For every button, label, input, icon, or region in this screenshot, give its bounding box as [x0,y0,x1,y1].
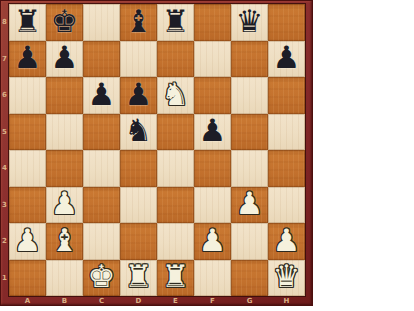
square-c3[interactable] [83,187,120,224]
white-knight-e6: ♞ [162,79,190,110]
rank-label-7: 7 [0,41,9,78]
square-g7[interactable] [231,41,268,78]
square-f5[interactable]: ♟ [194,114,231,151]
square-b5[interactable] [46,114,83,151]
square-f4[interactable] [194,150,231,187]
square-g4[interactable] [231,150,268,187]
square-h5[interactable] [268,114,305,151]
square-f1[interactable] [194,260,231,297]
square-b8[interactable]: ♚ [46,4,83,41]
file-label-f: F [194,296,231,306]
rank-label-4: 4 [0,150,9,187]
square-a3[interactable] [9,187,46,224]
page-canvas: 87654321 ABCDEFGH ♜♚♝♜♛♟♟♟♟♟♞♞♟♟♟♟♝♟♟♚♜♜… [0,0,414,311]
square-b3[interactable]: ♟ [46,187,83,224]
file-labels: ABCDEFGH [9,296,305,306]
file-label-h: H [268,296,305,306]
square-c4[interactable] [83,150,120,187]
square-a6[interactable] [9,77,46,114]
file-label-e: E [157,296,194,306]
black-pawn-c6: ♟ [88,79,116,110]
square-b2[interactable]: ♝ [46,223,83,260]
rank-label-3: 3 [0,187,9,224]
square-f2[interactable]: ♟ [194,223,231,260]
square-b7[interactable]: ♟ [46,41,83,78]
black-knight-d5: ♞ [125,115,153,146]
rank-label-5: 5 [0,114,9,151]
square-e3[interactable] [157,187,194,224]
black-pawn-a7: ♟ [14,42,42,73]
square-g3[interactable]: ♟ [231,187,268,224]
square-b6[interactable] [46,77,83,114]
square-d1[interactable]: ♜ [120,260,157,297]
square-a8[interactable]: ♜ [9,4,46,41]
square-e1[interactable]: ♜ [157,260,194,297]
square-d5[interactable]: ♞ [120,114,157,151]
black-rook-e8: ♜ [162,6,190,37]
square-d7[interactable] [120,41,157,78]
black-pawn-b7: ♟ [51,42,79,73]
rank-label-2: 2 [0,223,9,260]
file-label-c: C [83,296,120,306]
square-a1[interactable] [9,260,46,297]
white-pawn-g3: ♟ [236,188,264,219]
rank-label-8: 8 [0,4,9,41]
file-label-g: G [231,296,268,306]
square-e7[interactable] [157,41,194,78]
white-pawn-h2: ♟ [273,225,301,256]
chess-board: ♜♚♝♜♛♟♟♟♟♟♞♞♟♟♟♟♝♟♟♚♜♜♛ [9,4,305,296]
square-c8[interactable] [83,4,120,41]
square-d3[interactable] [120,187,157,224]
white-king-c1: ♚ [88,261,116,292]
square-h2[interactable]: ♟ [268,223,305,260]
square-h4[interactable] [268,150,305,187]
square-c5[interactable] [83,114,120,151]
white-queen-h1: ♛ [273,261,301,292]
square-g5[interactable] [231,114,268,151]
white-rook-d1: ♜ [125,261,153,292]
square-h6[interactable] [268,77,305,114]
file-label-a: A [9,296,46,306]
black-pawn-d6: ♟ [125,79,153,110]
white-pawn-a2: ♟ [14,225,42,256]
square-f8[interactable] [194,4,231,41]
square-c7[interactable] [83,41,120,78]
black-pawn-h7: ♟ [273,42,301,73]
square-e6[interactable]: ♞ [157,77,194,114]
square-a5[interactable] [9,114,46,151]
square-f6[interactable] [194,77,231,114]
square-g6[interactable] [231,77,268,114]
square-e8[interactable]: ♜ [157,4,194,41]
square-f3[interactable] [194,187,231,224]
rank-label-6: 6 [0,77,9,114]
black-pawn-f5: ♟ [199,115,227,146]
square-h1[interactable]: ♛ [268,260,305,297]
black-rook-a8: ♜ [14,6,42,37]
file-label-d: D [120,296,157,306]
square-e2[interactable] [157,223,194,260]
white-pawn-b3: ♟ [51,188,79,219]
square-e4[interactable] [157,150,194,187]
square-f7[interactable] [194,41,231,78]
square-c2[interactable] [83,223,120,260]
file-label-b: B [46,296,83,306]
square-g1[interactable] [231,260,268,297]
square-h8[interactable] [268,4,305,41]
square-c1[interactable]: ♚ [83,260,120,297]
square-e5[interactable] [157,114,194,151]
square-d2[interactable] [120,223,157,260]
square-a2[interactable]: ♟ [9,223,46,260]
square-h3[interactable] [268,187,305,224]
square-b4[interactable] [46,150,83,187]
black-queen-g8: ♛ [236,6,264,37]
black-bishop-d8: ♝ [125,6,153,37]
square-b1[interactable] [46,260,83,297]
chess-board-frame: 87654321 ABCDEFGH ♜♚♝♜♛♟♟♟♟♟♞♞♟♟♟♟♝♟♟♚♜♜… [0,0,313,306]
square-h7[interactable]: ♟ [268,41,305,78]
square-c6[interactable]: ♟ [83,77,120,114]
square-d4[interactable] [120,150,157,187]
square-g8[interactable]: ♛ [231,4,268,41]
square-g2[interactable] [231,223,268,260]
square-d8[interactable]: ♝ [120,4,157,41]
square-a7[interactable]: ♟ [9,41,46,78]
rank-labels: 87654321 [0,4,9,296]
square-a4[interactable] [9,150,46,187]
rank-label-1: 1 [0,260,9,297]
white-bishop-b2: ♝ [51,225,79,256]
white-rook-e1: ♜ [162,261,190,292]
square-d6[interactable]: ♟ [120,77,157,114]
black-king-b8: ♚ [51,6,79,37]
white-pawn-f2: ♟ [199,225,227,256]
